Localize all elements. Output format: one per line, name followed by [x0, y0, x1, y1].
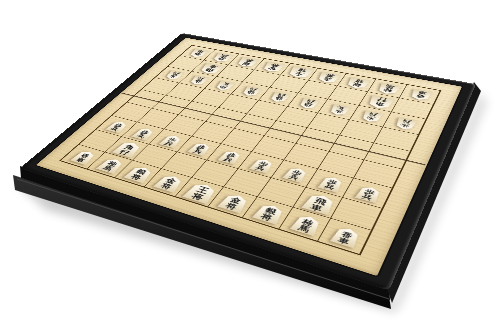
piece-kanji: 車: [310, 203, 325, 212]
piece-kanji: 兵: [163, 141, 174, 147]
piece-kanji: 将: [190, 192, 205, 201]
piece-kanji: 車: [75, 157, 86, 163]
piece-kanji: 兵: [136, 133, 147, 139]
piece-kanji: 兵: [288, 174, 300, 181]
piece-kanji: 兵: [323, 183, 335, 190]
piece-kanji: 将: [325, 73, 336, 78]
piece-kanji: 将: [130, 173, 143, 181]
piece-kanji: 兵: [222, 156, 233, 162]
piece-kanji: 将: [224, 202, 238, 211]
piece-kanji: 馬: [297, 224, 311, 233]
piece-kanji: 馬: [220, 54, 230, 58]
piece-kanji: 車: [208, 64, 219, 69]
piece-kanji: 兵: [222, 82, 232, 86]
piece-kanji: 車: [337, 236, 350, 245]
piece-kanji: 兵: [361, 193, 373, 201]
piece-kanji: 将: [354, 78, 365, 83]
piece-kanji: 兵: [196, 76, 205, 80]
piece-kanji: 兵: [248, 87, 258, 92]
piece-kanji: 車: [196, 50, 205, 54]
piece-kanji: 将: [296, 67, 308, 72]
piece-kanji: 将: [270, 63, 280, 68]
piece-kanji: 将: [159, 182, 172, 190]
piece-kanji: 兵: [110, 126, 121, 131]
piece-kanji: 馬: [102, 165, 114, 172]
piece-kanji: 兵: [192, 148, 203, 154]
piece-kanji: 行: [118, 149, 131, 156]
product-photo-stage: 香車桂馬銀将金将玉将金将銀将桂馬香車飛車角行歩兵歩兵歩兵歩兵歩兵歩兵歩兵歩兵歩兵…: [0, 0, 500, 334]
piece-kanji: 兵: [172, 71, 181, 75]
piece-kanji: 兵: [254, 165, 266, 172]
piece-kanji: 将: [259, 213, 273, 222]
piece-kanji: 将: [244, 58, 254, 62]
